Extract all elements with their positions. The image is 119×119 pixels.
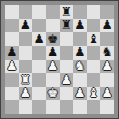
square-c6[interactable]: ♟ <box>32 32 46 46</box>
square-f2[interactable]: ♟ <box>73 87 87 101</box>
square-f4[interactable]: ♞ <box>73 60 87 74</box>
square-a7[interactable] <box>5 19 19 33</box>
square-e3[interactable]: ♟ <box>60 73 74 87</box>
square-b2[interactable]: ♟ <box>19 87 33 101</box>
square-c2[interactable] <box>32 87 46 101</box>
white-knight[interactable]: ♞ <box>73 60 87 74</box>
black-pawn[interactable]: ♟ <box>19 19 33 33</box>
white-pawn[interactable]: ♟ <box>46 60 60 74</box>
square-d8[interactable] <box>46 5 60 19</box>
square-h7[interactable]: ♟ <box>100 19 114 33</box>
black-pawn[interactable]: ♟ <box>73 19 87 33</box>
square-h1[interactable] <box>100 100 114 114</box>
square-c5[interactable] <box>32 46 46 60</box>
square-a4[interactable]: ♟ <box>5 60 19 74</box>
square-h2[interactable]: ♟ <box>100 87 114 101</box>
square-a1[interactable] <box>5 100 19 114</box>
square-g4[interactable] <box>87 60 101 74</box>
square-e7[interactable]: ♜ <box>60 19 74 33</box>
square-h4[interactable]: ♟ <box>100 60 114 74</box>
square-g2[interactable]: ♝ <box>87 87 101 101</box>
white-pawn[interactable]: ♟ <box>100 60 114 74</box>
square-c4[interactable] <box>32 60 46 74</box>
square-a2[interactable] <box>5 87 19 101</box>
square-b6[interactable] <box>19 32 33 46</box>
square-b5[interactable] <box>19 46 33 60</box>
square-c3[interactable] <box>32 73 46 87</box>
square-c1[interactable] <box>32 100 46 114</box>
square-g1[interactable] <box>87 100 101 114</box>
square-e1[interactable] <box>60 100 74 114</box>
square-a3[interactable] <box>5 73 19 87</box>
square-c8[interactable] <box>32 5 46 19</box>
square-e5[interactable] <box>60 46 74 60</box>
square-d4[interactable]: ♟ <box>46 60 60 74</box>
square-e2[interactable] <box>60 87 74 101</box>
square-g8[interactable] <box>87 5 101 19</box>
square-g5[interactable] <box>87 46 101 60</box>
square-d1[interactable] <box>46 100 60 114</box>
chess-board-frame: ♜♟♜♟♟♟♚♝♟♟♟♞♟♟♞♟♜♟♟♚♟♝♟ <box>0 0 119 119</box>
white-pawn[interactable]: ♟ <box>73 87 87 101</box>
black-bishop[interactable]: ♝ <box>87 32 101 46</box>
square-a8[interactable] <box>5 5 19 19</box>
square-g6[interactable]: ♝ <box>87 32 101 46</box>
black-pawn[interactable]: ♟ <box>32 32 46 46</box>
white-pawn[interactable]: ♟ <box>19 87 33 101</box>
black-pawn[interactable]: ♟ <box>100 19 114 33</box>
white-king[interactable]: ♚ <box>46 87 60 101</box>
square-e6[interactable] <box>60 32 74 46</box>
square-f1[interactable] <box>73 100 87 114</box>
square-b7[interactable]: ♟ <box>19 19 33 33</box>
square-d2[interactable]: ♚ <box>46 87 60 101</box>
black-rook[interactable]: ♜ <box>60 19 74 33</box>
chess-board[interactable]: ♜♟♜♟♟♟♚♝♟♟♟♞♟♟♞♟♜♟♟♚♟♝♟ <box>5 5 114 114</box>
white-pawn[interactable]: ♟ <box>60 73 74 87</box>
white-bishop[interactable]: ♝ <box>87 87 101 101</box>
white-pawn[interactable]: ♟ <box>5 60 19 74</box>
square-f7[interactable]: ♟ <box>73 19 87 33</box>
square-b1[interactable] <box>19 100 33 114</box>
white-pawn[interactable]: ♟ <box>100 87 114 101</box>
